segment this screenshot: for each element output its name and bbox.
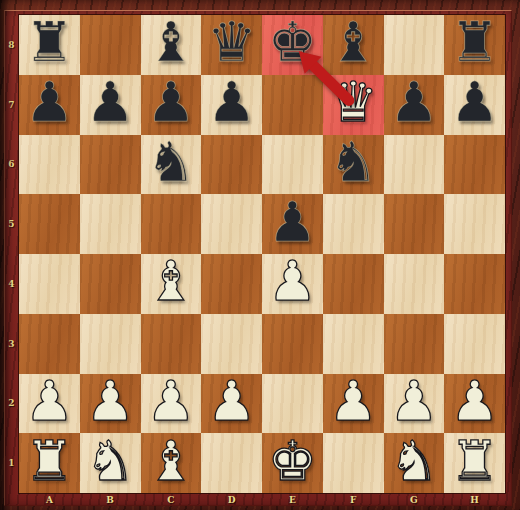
chess-board-window: ♜♝♛♚♝♜♟♟♟♟♛♟♟♞♞♟♝♟♟♟♟♟♟♟♟♜♞♝♚♞♜ 87654321… [0,0,520,510]
square-g1[interactable]: ♞ [384,433,445,493]
square-d1[interactable] [201,433,262,493]
square-h2[interactable]: ♟ [444,374,505,434]
square-e1[interactable]: ♚ [262,433,323,493]
square-c5[interactable] [141,194,202,254]
square-e4[interactable]: ♟ [262,254,323,314]
square-a6[interactable] [19,135,80,195]
piece-black-knight[interactable]: ♞ [328,135,377,190]
piece-white-knight[interactable]: ♞ [389,434,438,489]
square-b7[interactable]: ♟ [80,75,141,135]
piece-white-rook[interactable]: ♜ [25,434,74,489]
square-e2[interactable] [262,374,323,434]
square-c3[interactable] [141,314,202,374]
square-e8[interactable]: ♚ [262,15,323,75]
piece-white-bishop[interactable]: ♝ [146,434,195,489]
rank-label-8: 8 [4,15,19,75]
square-e7[interactable] [262,75,323,135]
piece-white-pawn[interactable]: ♟ [146,374,195,429]
square-h8[interactable]: ♜ [444,15,505,75]
square-b5[interactable] [80,194,141,254]
square-f7[interactable]: ♛ [323,75,384,135]
square-a1[interactable]: ♜ [19,433,80,493]
file-label-d: D [201,493,262,506]
square-c6[interactable]: ♞ [141,135,202,195]
square-f1[interactable] [323,433,384,493]
piece-white-queen[interactable]: ♛ [328,75,377,130]
piece-black-pawn[interactable]: ♟ [146,75,195,130]
rank-label-4: 4 [4,254,19,314]
piece-white-bishop[interactable]: ♝ [146,254,195,309]
rank-label-2: 2 [4,374,19,434]
square-e3[interactable] [262,314,323,374]
square-a4[interactable] [19,254,80,314]
square-f3[interactable] [323,314,384,374]
piece-black-rook[interactable]: ♜ [25,15,74,70]
piece-white-pawn[interactable]: ♟ [450,374,499,429]
square-h4[interactable] [444,254,505,314]
rank-labels: 87654321 [4,15,19,493]
piece-black-pawn[interactable]: ♟ [389,75,438,130]
square-e6[interactable] [262,135,323,195]
piece-white-pawn[interactable]: ♟ [25,374,74,429]
piece-black-pawn[interactable]: ♟ [450,75,499,130]
file-label-f: F [323,493,384,506]
square-g8[interactable] [384,15,445,75]
square-a3[interactable] [19,314,80,374]
square-h7[interactable]: ♟ [444,75,505,135]
square-h6[interactable] [444,135,505,195]
piece-white-knight[interactable]: ♞ [85,434,134,489]
square-c1[interactable]: ♝ [141,433,202,493]
piece-white-pawn[interactable]: ♟ [207,374,256,429]
square-f2[interactable]: ♟ [323,374,384,434]
square-f6[interactable]: ♞ [323,135,384,195]
file-label-g: G [384,493,445,506]
rank-label-1: 1 [4,433,19,493]
rank-label-7: 7 [4,75,19,135]
square-b3[interactable] [80,314,141,374]
piece-black-knight[interactable]: ♞ [146,135,195,190]
square-a5[interactable] [19,194,80,254]
file-label-a: A [19,493,80,506]
square-g5[interactable] [384,194,445,254]
square-c7[interactable]: ♟ [141,75,202,135]
square-d6[interactable] [201,135,262,195]
square-b2[interactable]: ♟ [80,374,141,434]
rank-label-6: 6 [4,135,19,195]
piece-black-pawn[interactable]: ♟ [207,75,256,130]
piece-white-pawn[interactable]: ♟ [85,374,134,429]
square-f5[interactable] [323,194,384,254]
square-g2[interactable]: ♟ [384,374,445,434]
square-d3[interactable] [201,314,262,374]
piece-black-bishop[interactable]: ♝ [146,15,195,70]
square-h5[interactable] [444,194,505,254]
square-c4[interactable]: ♝ [141,254,202,314]
piece-black-bishop[interactable]: ♝ [328,15,377,70]
square-g4[interactable] [384,254,445,314]
square-b4[interactable] [80,254,141,314]
piece-white-rook[interactable]: ♜ [450,434,499,489]
square-h3[interactable] [444,314,505,374]
piece-black-pawn[interactable]: ♟ [25,75,74,130]
square-d7[interactable]: ♟ [201,75,262,135]
square-b6[interactable] [80,135,141,195]
square-d8[interactable]: ♛ [201,15,262,75]
piece-white-pawn[interactable]: ♟ [328,374,377,429]
square-d4[interactable] [201,254,262,314]
piece-black-rook[interactable]: ♜ [450,15,499,70]
square-c2[interactable]: ♟ [141,374,202,434]
square-a8[interactable]: ♜ [19,15,80,75]
square-b1[interactable]: ♞ [80,433,141,493]
square-f8[interactable]: ♝ [323,15,384,75]
piece-black-pawn[interactable]: ♟ [268,195,317,250]
square-d5[interactable] [201,194,262,254]
piece-black-pawn[interactable]: ♟ [85,75,134,130]
square-e5[interactable]: ♟ [262,194,323,254]
piece-white-pawn[interactable]: ♟ [268,254,317,309]
piece-black-king[interactable]: ♚ [268,15,317,70]
chess-board: ♜♝♛♚♝♜♟♟♟♟♛♟♟♞♞♟♝♟♟♟♟♟♟♟♟♜♞♝♚♞♜ [19,15,505,493]
piece-white-king[interactable]: ♚ [268,434,317,489]
piece-black-queen[interactable]: ♛ [207,15,256,70]
rank-label-3: 3 [4,314,19,374]
square-c8[interactable]: ♝ [141,15,202,75]
square-f4[interactable] [323,254,384,314]
square-b8[interactable] [80,15,141,75]
file-label-b: B [80,493,141,506]
square-g3[interactable] [384,314,445,374]
square-g7[interactable]: ♟ [384,75,445,135]
file-label-c: C [141,493,202,506]
file-label-e: E [262,493,323,506]
square-a7[interactable]: ♟ [19,75,80,135]
piece-white-pawn[interactable]: ♟ [389,374,438,429]
square-h1[interactable]: ♜ [444,433,505,493]
rank-label-5: 5 [4,194,19,254]
file-labels: ABCDEFGH [19,493,505,506]
square-d2[interactable]: ♟ [201,374,262,434]
square-g6[interactable] [384,135,445,195]
square-a2[interactable]: ♟ [19,374,80,434]
file-label-h: H [444,493,505,506]
